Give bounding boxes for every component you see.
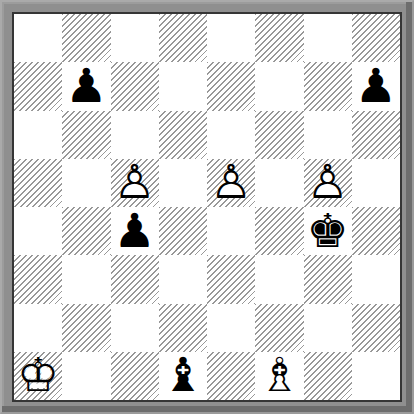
square-e7[interactable] <box>207 62 255 110</box>
square-f8[interactable] <box>255 14 303 62</box>
square-c5[interactable]: ♟♙ <box>111 159 159 207</box>
square-c4[interactable]: ♟ <box>111 207 159 255</box>
square-d3[interactable] <box>159 255 207 303</box>
square-h5[interactable] <box>352 159 400 207</box>
square-d1[interactable]: ♝ <box>159 352 207 400</box>
square-h2[interactable] <box>352 304 400 352</box>
square-c3[interactable] <box>111 255 159 303</box>
square-e6[interactable] <box>207 111 255 159</box>
square-c8[interactable] <box>111 14 159 62</box>
square-g6[interactable] <box>304 111 352 159</box>
square-g8[interactable] <box>304 14 352 62</box>
square-e4[interactable] <box>207 207 255 255</box>
square-e8[interactable] <box>207 14 255 62</box>
square-g7[interactable] <box>304 62 352 110</box>
square-c6[interactable] <box>111 111 159 159</box>
square-b4[interactable] <box>62 207 110 255</box>
piece-white-bishop[interactable]: ♝♗ <box>255 352 303 400</box>
square-e1[interactable] <box>207 352 255 400</box>
square-b7[interactable]: ♟ <box>62 62 110 110</box>
black-pawn-glyph: ♟ <box>352 61 400 109</box>
piece-black-pawn[interactable]: ♟ <box>352 62 400 110</box>
piece-white-pawn[interactable]: ♟♙ <box>304 159 352 207</box>
square-d6[interactable] <box>159 111 207 159</box>
square-a4[interactable] <box>14 207 62 255</box>
square-f2[interactable] <box>255 304 303 352</box>
square-h8[interactable] <box>352 14 400 62</box>
white-pawn-outline-glyph: ♙ <box>207 158 255 206</box>
square-e2[interactable] <box>207 304 255 352</box>
square-f6[interactable] <box>255 111 303 159</box>
piece-black-pawn[interactable]: ♟ <box>62 62 110 110</box>
square-d7[interactable] <box>159 62 207 110</box>
square-c2[interactable] <box>111 304 159 352</box>
square-a3[interactable] <box>14 255 62 303</box>
square-a8[interactable] <box>14 14 62 62</box>
square-a6[interactable] <box>14 111 62 159</box>
square-f4[interactable] <box>255 207 303 255</box>
square-a1[interactable]: ♚♔ <box>14 352 62 400</box>
white-pawn-outline-glyph: ♙ <box>111 158 159 206</box>
square-b5[interactable] <box>62 159 110 207</box>
square-a7[interactable] <box>14 62 62 110</box>
square-d4[interactable] <box>159 207 207 255</box>
square-h7[interactable]: ♟ <box>352 62 400 110</box>
square-b8[interactable] <box>62 14 110 62</box>
square-b3[interactable] <box>62 255 110 303</box>
square-g3[interactable] <box>304 255 352 303</box>
square-d8[interactable] <box>159 14 207 62</box>
piece-black-pawn[interactable]: ♟ <box>111 207 159 255</box>
square-a5[interactable] <box>14 159 62 207</box>
piece-white-king[interactable]: ♚♔ <box>14 352 62 400</box>
square-c1[interactable] <box>111 352 159 400</box>
square-d5[interactable] <box>159 159 207 207</box>
white-bishop-outline-glyph: ♗ <box>255 351 303 399</box>
square-g4[interactable]: ♚ <box>304 207 352 255</box>
square-g1[interactable] <box>304 352 352 400</box>
square-h6[interactable] <box>352 111 400 159</box>
square-e5[interactable]: ♟♙ <box>207 159 255 207</box>
square-g5[interactable]: ♟♙ <box>304 159 352 207</box>
white-king-outline-glyph: ♔ <box>14 351 62 399</box>
white-pawn-outline-glyph: ♙ <box>304 158 352 206</box>
square-f5[interactable] <box>255 159 303 207</box>
square-e3[interactable] <box>207 255 255 303</box>
square-h3[interactable] <box>352 255 400 303</box>
square-a2[interactable] <box>14 304 62 352</box>
black-pawn-glyph: ♟ <box>62 61 110 109</box>
square-f1[interactable]: ♝♗ <box>255 352 303 400</box>
piece-black-king[interactable]: ♚ <box>304 207 352 255</box>
square-g2[interactable] <box>304 304 352 352</box>
piece-black-bishop[interactable]: ♝ <box>159 352 207 400</box>
piece-white-pawn[interactable]: ♟♙ <box>207 159 255 207</box>
square-d2[interactable] <box>159 304 207 352</box>
black-king-glyph: ♚ <box>304 206 352 254</box>
square-b6[interactable] <box>62 111 110 159</box>
black-bishop-glyph: ♝ <box>159 351 207 399</box>
square-h4[interactable] <box>352 207 400 255</box>
square-h1[interactable] <box>352 352 400 400</box>
square-c7[interactable] <box>111 62 159 110</box>
square-f3[interactable] <box>255 255 303 303</box>
square-b1[interactable] <box>62 352 110 400</box>
board-frame: ♟♟♟♙♟♙♟♙♟♚♚♔♝♝♗ <box>0 0 414 414</box>
chess-board: ♟♟♟♙♟♙♟♙♟♚♚♔♝♝♗ <box>12 12 402 402</box>
piece-white-pawn[interactable]: ♟♙ <box>111 159 159 207</box>
square-b2[interactable] <box>62 304 110 352</box>
square-f7[interactable] <box>255 62 303 110</box>
black-pawn-glyph: ♟ <box>111 206 159 254</box>
